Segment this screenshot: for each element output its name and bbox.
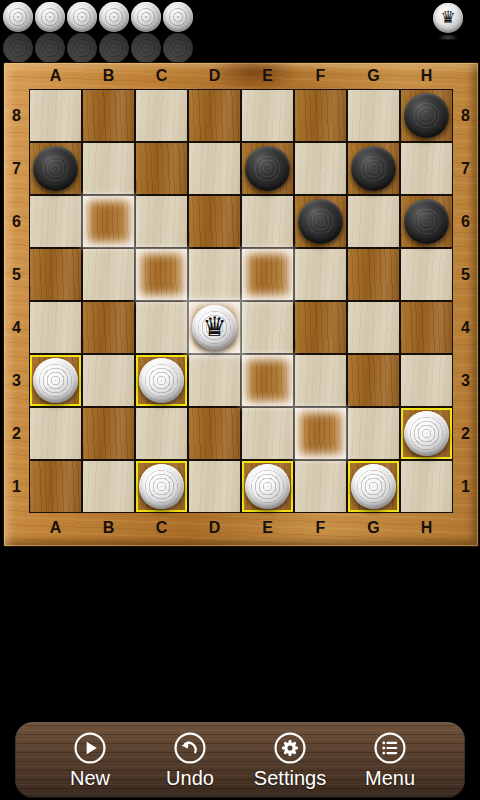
captured-pieces-reflection bbox=[3, 33, 193, 63]
file-label: D bbox=[189, 513, 240, 543]
rank-label: 7 bbox=[4, 143, 29, 194]
captured-white-piece bbox=[3, 2, 33, 32]
square-e8[interactable] bbox=[242, 90, 293, 141]
file-label: F bbox=[295, 513, 346, 543]
checkers-board: ABCDEFGH ABCDEFGH 87654321 87654321 ♛ bbox=[3, 62, 479, 547]
file-label: C bbox=[136, 513, 187, 543]
square-g1[interactable] bbox=[348, 461, 399, 512]
square-e6[interactable] bbox=[242, 196, 293, 247]
captured-white-piece bbox=[163, 2, 193, 32]
rank-label: 4 bbox=[4, 302, 29, 353]
settings-button-label: Settings bbox=[254, 767, 326, 790]
new-button-label: New bbox=[70, 767, 110, 790]
square-d2[interactable] bbox=[189, 408, 240, 459]
square-a1[interactable] bbox=[30, 461, 81, 512]
square-g8[interactable] bbox=[348, 90, 399, 141]
white-king[interactable]: ♛ bbox=[192, 305, 237, 350]
square-b1[interactable] bbox=[83, 461, 134, 512]
menu-button[interactable]: Menu bbox=[345, 731, 435, 790]
file-label: D bbox=[189, 63, 240, 89]
rank-label: 2 bbox=[453, 408, 478, 459]
file-label: H bbox=[401, 513, 452, 543]
square-g2[interactable] bbox=[348, 408, 399, 459]
rank-label: 1 bbox=[453, 461, 478, 512]
captured-white-piece bbox=[35, 2, 65, 32]
square-a6[interactable] bbox=[30, 196, 81, 247]
captured-piece-reflection bbox=[35, 33, 65, 63]
board-grid: ♛ bbox=[29, 89, 453, 513]
settings-button[interactable]: Settings bbox=[245, 731, 335, 790]
square-f3[interactable] bbox=[295, 355, 346, 406]
square-g7[interactable] bbox=[348, 143, 399, 194]
rank-labels-right: 87654321 bbox=[453, 90, 478, 512]
rank-labels-left: 87654321 bbox=[4, 90, 29, 512]
square-h3[interactable] bbox=[401, 355, 452, 406]
square-a8[interactable] bbox=[30, 90, 81, 141]
square-c1[interactable] bbox=[136, 461, 187, 512]
square-h6[interactable] bbox=[401, 196, 452, 247]
square-h7[interactable] bbox=[401, 143, 452, 194]
square-e3[interactable] bbox=[242, 355, 293, 406]
rank-label: 2 bbox=[4, 408, 29, 459]
square-d1[interactable] bbox=[189, 461, 240, 512]
square-d5[interactable] bbox=[189, 249, 240, 300]
black-man[interactable] bbox=[245, 146, 290, 191]
undo-button-label: Undo bbox=[166, 767, 214, 790]
square-c7[interactable] bbox=[136, 143, 187, 194]
rank-label: 5 bbox=[453, 249, 478, 300]
file-label: A bbox=[30, 513, 81, 543]
square-f4[interactable] bbox=[295, 302, 346, 353]
captured-white-piece bbox=[131, 2, 161, 32]
rank-label: 7 bbox=[453, 143, 478, 194]
square-c5[interactable] bbox=[136, 249, 187, 300]
square-h4[interactable] bbox=[401, 302, 452, 353]
rank-label: 3 bbox=[453, 355, 478, 406]
rank-label: 4 bbox=[453, 302, 478, 353]
square-b2[interactable] bbox=[83, 408, 134, 459]
captured-piece-reflection bbox=[3, 33, 33, 63]
black-man[interactable] bbox=[351, 146, 396, 191]
square-g6[interactable] bbox=[348, 196, 399, 247]
rank-label: 8 bbox=[453, 90, 478, 141]
file-label: E bbox=[242, 63, 293, 89]
undo-arrow-icon bbox=[173, 731, 207, 765]
square-d7[interactable] bbox=[189, 143, 240, 194]
white-man[interactable] bbox=[33, 358, 78, 403]
new-button[interactable]: New bbox=[45, 731, 135, 790]
square-e4[interactable] bbox=[242, 302, 293, 353]
square-c4[interactable] bbox=[136, 302, 187, 353]
black-man[interactable] bbox=[298, 199, 343, 244]
square-g4[interactable] bbox=[348, 302, 399, 353]
toolbar: New Undo Setti bbox=[15, 722, 465, 798]
square-f5[interactable] bbox=[295, 249, 346, 300]
square-f6[interactable] bbox=[295, 196, 346, 247]
square-f7[interactable] bbox=[295, 143, 346, 194]
rank-label: 3 bbox=[4, 355, 29, 406]
square-a2[interactable] bbox=[30, 408, 81, 459]
square-a4[interactable] bbox=[30, 302, 81, 353]
file-label: B bbox=[83, 63, 134, 89]
square-f2[interactable] bbox=[295, 408, 346, 459]
file-label: H bbox=[401, 63, 452, 89]
crown-icon: ♛ bbox=[440, 9, 455, 28]
black-man[interactable] bbox=[404, 93, 449, 138]
square-g5[interactable] bbox=[348, 249, 399, 300]
white-man[interactable] bbox=[139, 464, 184, 509]
list-icon bbox=[373, 731, 407, 765]
captured-piece-reflection bbox=[99, 33, 129, 63]
square-d8[interactable] bbox=[189, 90, 240, 141]
captured-white-piece bbox=[67, 2, 97, 32]
square-f8[interactable] bbox=[295, 90, 346, 141]
square-c6[interactable] bbox=[136, 196, 187, 247]
square-h2[interactable] bbox=[401, 408, 452, 459]
square-b3[interactable] bbox=[83, 355, 134, 406]
square-h8[interactable] bbox=[401, 90, 452, 141]
captured-piece-reflection bbox=[131, 33, 161, 63]
captured-white-piece bbox=[99, 2, 129, 32]
file-label: A bbox=[30, 63, 81, 89]
square-h5[interactable] bbox=[401, 249, 452, 300]
square-c8[interactable] bbox=[136, 90, 187, 141]
rank-label: 6 bbox=[453, 196, 478, 247]
black-man[interactable] bbox=[33, 146, 78, 191]
square-b6[interactable] bbox=[83, 196, 134, 247]
menu-button-label: Menu bbox=[365, 767, 415, 790]
white-man[interactable] bbox=[351, 464, 396, 509]
square-e2[interactable] bbox=[242, 408, 293, 459]
captured-piece-reflection bbox=[163, 33, 193, 63]
file-label: C bbox=[136, 63, 187, 89]
play-icon bbox=[73, 731, 107, 765]
captured-piece-reflection bbox=[67, 33, 97, 63]
file-label: G bbox=[348, 63, 399, 89]
square-c3[interactable] bbox=[136, 355, 187, 406]
rank-label: 8 bbox=[4, 90, 29, 141]
file-label: G bbox=[348, 513, 399, 543]
square-e7[interactable] bbox=[242, 143, 293, 194]
square-a3[interactable] bbox=[30, 355, 81, 406]
gear-icon bbox=[273, 731, 307, 765]
file-labels-top: ABCDEFGH bbox=[30, 63, 452, 89]
square-b4[interactable] bbox=[83, 302, 134, 353]
square-d6[interactable] bbox=[189, 196, 240, 247]
square-b8[interactable] bbox=[83, 90, 134, 141]
square-e5[interactable] bbox=[242, 249, 293, 300]
square-g3[interactable] bbox=[348, 355, 399, 406]
square-a5[interactable] bbox=[30, 249, 81, 300]
square-b5[interactable] bbox=[83, 249, 134, 300]
square-c2[interactable] bbox=[136, 408, 187, 459]
square-d3[interactable] bbox=[189, 355, 240, 406]
king-turn-indicator: ♛ bbox=[433, 3, 463, 33]
square-e1[interactable] bbox=[242, 461, 293, 512]
square-f1[interactable] bbox=[295, 461, 346, 512]
king-crown-icon: ♛ bbox=[192, 305, 237, 350]
square-h1[interactable] bbox=[401, 461, 452, 512]
rank-label: 5 bbox=[4, 249, 29, 300]
white-man[interactable] bbox=[139, 358, 184, 403]
file-label: B bbox=[83, 513, 134, 543]
square-b7[interactable] bbox=[83, 143, 134, 194]
file-label: F bbox=[295, 63, 346, 89]
rank-label: 1 bbox=[4, 461, 29, 512]
undo-button[interactable]: Undo bbox=[145, 731, 235, 790]
captured-pieces-tray bbox=[3, 2, 193, 63]
square-d4[interactable]: ♛ bbox=[189, 302, 240, 353]
black-man[interactable] bbox=[404, 199, 449, 244]
captured-pieces-row bbox=[3, 2, 193, 32]
white-man[interactable] bbox=[404, 411, 449, 456]
file-labels-bottom: ABCDEFGH bbox=[30, 513, 452, 543]
rank-label: 6 bbox=[4, 196, 29, 247]
file-label: E bbox=[242, 513, 293, 543]
square-a7[interactable] bbox=[30, 143, 81, 194]
white-man[interactable] bbox=[245, 464, 290, 509]
